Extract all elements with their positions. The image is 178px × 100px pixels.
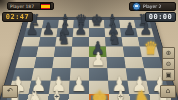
square-e3[interactable] xyxy=(89,68,108,80)
square-e7[interactable] xyxy=(89,28,105,37)
player-black-name: Player 2 xyxy=(143,4,173,9)
square-b5[interactable] xyxy=(36,47,55,57)
square-h5[interactable]: ♛ xyxy=(140,47,160,57)
home-icon: ⌂ xyxy=(166,88,170,95)
undo-icon: ↶ xyxy=(7,88,13,95)
square-g6[interactable] xyxy=(121,37,139,47)
player-white-badge[interactable]: Player 187 xyxy=(7,2,54,10)
black-knight-f6[interactable]: ♞ xyxy=(106,29,123,47)
square-h4[interactable] xyxy=(142,57,163,68)
zoom-in-icon: ⊕ xyxy=(166,50,171,57)
square-c1[interactable]: ♝ xyxy=(47,94,69,100)
home-button[interactable]: ⌂ xyxy=(160,85,176,98)
white-pawn-e4[interactable]: ♟ xyxy=(89,49,107,68)
white-knight-g1[interactable]: ♞ xyxy=(131,87,153,100)
player-black-time: 00:00 xyxy=(149,13,173,21)
black-knight-c6[interactable]: ♞ xyxy=(55,29,72,47)
square-b4[interactable] xyxy=(34,57,54,68)
square-f1[interactable]: ♝ xyxy=(109,94,131,100)
view-toggle-button[interactable]: ▣ xyxy=(162,69,175,81)
black-king-e8[interactable]: ♚ xyxy=(89,11,105,28)
square-f4[interactable] xyxy=(107,57,126,68)
square-b1[interactable]: ♞ xyxy=(26,94,49,100)
white-king-e1[interactable]: ♚ xyxy=(89,87,110,100)
board-frame: ♜♝♛♚♝♜♟♟♟♟♟♟♟♞♞♟♛♟♟♟♟♟♟♟♟♜♞♝♚♝♞♜ xyxy=(0,17,178,100)
square-c4[interactable] xyxy=(52,57,71,68)
player-black-badge[interactable]: Player 2 xyxy=(129,2,176,11)
zoom-out-icon: ⊖ xyxy=(166,61,171,68)
square-e1[interactable]: ♚ xyxy=(89,94,110,100)
globe-avatar-icon xyxy=(132,2,141,11)
square-g1[interactable]: ♞ xyxy=(129,94,152,100)
black-pawn-d7[interactable]: ♟ xyxy=(73,20,89,37)
square-b6[interactable] xyxy=(38,37,56,47)
undo-button[interactable]: ↶ xyxy=(2,85,18,98)
board-grid[interactable]: ♜♝♛♚♝♜♟♟♟♟♟♟♟♞♞♟♛♟♟♟♟♟♟♟♟♜♞♝♚♝♞♜ xyxy=(4,20,173,100)
white-knight-b1[interactable]: ♞ xyxy=(25,87,47,100)
white-queen-h5[interactable]: ♛ xyxy=(142,38,160,57)
spain-flag-icon xyxy=(40,3,51,10)
square-g4[interactable] xyxy=(124,57,144,68)
square-c5[interactable] xyxy=(54,47,72,57)
black-pawn-a7[interactable]: ♟ xyxy=(24,20,41,37)
square-h7[interactable]: ♟ xyxy=(136,28,154,37)
view-toggle-icon: ▣ xyxy=(165,72,171,79)
square-g5[interactable] xyxy=(123,47,142,57)
square-d4[interactable] xyxy=(71,57,89,68)
player-white-name: Player 187 xyxy=(10,4,38,9)
square-d7[interactable]: ♟ xyxy=(73,28,89,37)
black-pawn-g7[interactable]: ♟ xyxy=(121,20,138,37)
square-d6[interactable] xyxy=(72,37,89,47)
player-black-clock: 00:00 xyxy=(145,12,176,22)
square-d1[interactable] xyxy=(68,94,89,100)
white-bishop-f1[interactable]: ♝ xyxy=(110,87,131,100)
square-e8[interactable]: ♚ xyxy=(89,20,105,28)
white-bishop-c1[interactable]: ♝ xyxy=(46,87,67,100)
square-f6[interactable]: ♞ xyxy=(105,37,123,47)
square-f5[interactable] xyxy=(106,47,124,57)
square-d2[interactable]: ♟ xyxy=(69,81,89,95)
black-pawn-h7[interactable]: ♟ xyxy=(138,20,155,37)
game-screen: ♜♝♛♚♝♜♟♟♟♟♟♟♟♞♞♟♛♟♟♟♟♟♟♟♟♜♞♝♚♝♞♜ Player … xyxy=(0,0,178,100)
player-white-time: 02:47 xyxy=(6,13,30,21)
player-white-clock: 02:47 xyxy=(2,12,33,22)
square-e4[interactable]: ♟ xyxy=(89,57,107,68)
square-d5[interactable] xyxy=(71,47,89,57)
square-c6[interactable]: ♞ xyxy=(55,37,73,47)
white-pawn-d2[interactable]: ♟ xyxy=(69,73,89,94)
